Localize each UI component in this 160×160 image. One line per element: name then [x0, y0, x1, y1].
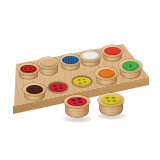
- peg-color-face: [82, 52, 98, 61]
- peg-hole-spot: [72, 99, 75, 101]
- peg-wood-top: [95, 67, 118, 80]
- peg-color-face: [101, 95, 121, 105]
- peg-color-face: [104, 47, 120, 56]
- peg-wood-top: [98, 93, 124, 107]
- peg-recess-rim: [48, 82, 68, 93]
- peg-color-face: [40, 59, 56, 68]
- peg-wood-top: [23, 83, 46, 96]
- peg-color-face: [73, 77, 90, 86]
- peg-hole-spot: [73, 102, 76, 104]
- peg-hole-spot: [59, 87, 62, 89]
- peg-hole-spot: [113, 100, 116, 102]
- peg-hole-spot: [77, 79, 80, 81]
- peg-recess-rim: [72, 76, 92, 87]
- peg-wood-top: [119, 59, 142, 73]
- product-photo-stage: [0, 0, 160, 160]
- peg-wood-top: [18, 63, 39, 75]
- peg-hole-spot: [79, 101, 82, 103]
- peg-color-face: [20, 65, 36, 74]
- peg-hole-spot: [78, 82, 81, 84]
- peg-hole-spot: [107, 100, 110, 102]
- peg-hole-spot: [78, 98, 81, 100]
- peg-hole-spot: [83, 79, 86, 81]
- peg-color-face: [67, 97, 87, 106]
- peg-color-face: [122, 61, 140, 71]
- peg-hole-spot: [54, 88, 57, 90]
- peg-wood-top: [64, 95, 90, 108]
- peg-wood-top: [80, 50, 101, 62]
- peg-wood-top: [38, 57, 59, 69]
- peg-wood-top: [102, 45, 123, 57]
- peg-hole-spot: [112, 97, 115, 99]
- peg-hole-spot: [106, 97, 109, 99]
- peg-color-face: [62, 56, 78, 65]
- peg-wood-top: [60, 54, 81, 66]
- peg-color-face: [49, 83, 66, 92]
- peg-color-face: [26, 85, 44, 94]
- peg-hole-spot: [59, 85, 62, 87]
- peg-hole-spot: [83, 81, 86, 83]
- peg-color-face: [98, 69, 116, 78]
- peg-hole-spot: [53, 85, 56, 87]
